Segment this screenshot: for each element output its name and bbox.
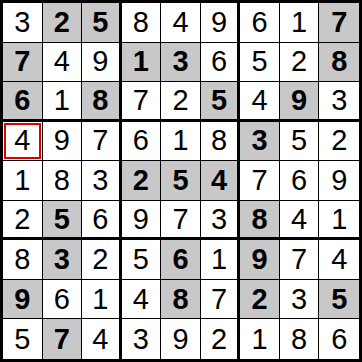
cell-r9c2[interactable]: 7: [43, 319, 83, 359]
cell-r2c2[interactable]: 4: [43, 43, 83, 83]
cell-r1c2[interactable]: 2: [43, 3, 83, 43]
cell-r3c8[interactable]: 9: [280, 82, 320, 122]
sudoku-board: 3258496177491365286187254934976183521832…: [0, 0, 362, 362]
cell-r7c9[interactable]: 4: [319, 240, 359, 280]
cell-r6c7[interactable]: 8: [240, 201, 280, 241]
cell-r2c4[interactable]: 1: [122, 43, 162, 83]
cell-r5c9[interactable]: 9: [319, 161, 359, 201]
cell-r3c9[interactable]: 3: [319, 82, 359, 122]
cell-r8c2[interactable]: 6: [43, 280, 83, 320]
cell-r7c7[interactable]: 9: [240, 240, 280, 280]
cell-r8c8[interactable]: 3: [280, 280, 320, 320]
cell-r7c1[interactable]: 8: [3, 240, 43, 280]
cell-r5c7[interactable]: 7: [240, 161, 280, 201]
cell-r2c9[interactable]: 8: [319, 43, 359, 83]
cell-r1c1[interactable]: 3: [3, 3, 43, 43]
cell-r8c9[interactable]: 5: [319, 280, 359, 320]
cell-r7c5[interactable]: 6: [161, 240, 201, 280]
cell-r9c5[interactable]: 9: [161, 319, 201, 359]
cell-r6c5[interactable]: 7: [161, 201, 201, 241]
cell-r9c9[interactable]: 6: [319, 319, 359, 359]
cell-r5c2[interactable]: 8: [43, 161, 83, 201]
cell-r1c7[interactable]: 6: [240, 3, 280, 43]
cell-r9c6[interactable]: 2: [201, 319, 241, 359]
cell-r3c7[interactable]: 4: [240, 82, 280, 122]
cell-r4c7[interactable]: 3: [240, 122, 280, 162]
cell-r4c1[interactable]: 4: [3, 122, 43, 162]
cell-r9c1[interactable]: 5: [3, 319, 43, 359]
cell-r7c3[interactable]: 2: [82, 240, 122, 280]
cell-r1c4[interactable]: 8: [122, 3, 162, 43]
cell-r6c8[interactable]: 4: [280, 201, 320, 241]
cell-r4c6[interactable]: 8: [201, 122, 241, 162]
cell-r2c8[interactable]: 2: [280, 43, 320, 83]
cell-r8c3[interactable]: 1: [82, 280, 122, 320]
cell-r7c4[interactable]: 5: [122, 240, 162, 280]
cell-r6c4[interactable]: 9: [122, 201, 162, 241]
cell-r6c2[interactable]: 5: [43, 201, 83, 241]
cell-r4c9[interactable]: 2: [319, 122, 359, 162]
cell-r8c4[interactable]: 4: [122, 280, 162, 320]
cell-r2c6[interactable]: 6: [201, 43, 241, 83]
cell-r4c5[interactable]: 1: [161, 122, 201, 162]
cell-r6c6[interactable]: 3: [201, 201, 241, 241]
cell-r5c5[interactable]: 5: [161, 161, 201, 201]
cell-r9c4[interactable]: 3: [122, 319, 162, 359]
cell-r9c3[interactable]: 4: [82, 319, 122, 359]
cell-r3c6[interactable]: 5: [201, 82, 241, 122]
cell-r4c3[interactable]: 7: [82, 122, 122, 162]
cell-r5c6[interactable]: 4: [201, 161, 241, 201]
cell-r3c5[interactable]: 2: [161, 82, 201, 122]
cell-r1c8[interactable]: 1: [280, 3, 320, 43]
cell-r6c1[interactable]: 2: [3, 201, 43, 241]
cell-r3c2[interactable]: 1: [43, 82, 83, 122]
cell-r2c7[interactable]: 5: [240, 43, 280, 83]
cell-r2c5[interactable]: 3: [161, 43, 201, 83]
cell-r8c5[interactable]: 8: [161, 280, 201, 320]
cell-r5c3[interactable]: 3: [82, 161, 122, 201]
cell-r8c7[interactable]: 2: [240, 280, 280, 320]
cell-r4c8[interactable]: 5: [280, 122, 320, 162]
cell-r5c4[interactable]: 2: [122, 161, 162, 201]
cell-r7c8[interactable]: 7: [280, 240, 320, 280]
cell-r5c8[interactable]: 6: [280, 161, 320, 201]
cell-r6c3[interactable]: 6: [82, 201, 122, 241]
cell-r2c3[interactable]: 9: [82, 43, 122, 83]
cell-r5c1[interactable]: 1: [3, 161, 43, 201]
cell-r1c9[interactable]: 7: [319, 3, 359, 43]
cell-r2c1[interactable]: 7: [3, 43, 43, 83]
cell-r4c2[interactable]: 9: [43, 122, 83, 162]
cell-r1c6[interactable]: 9: [201, 3, 241, 43]
cell-r8c1[interactable]: 9: [3, 280, 43, 320]
cell-r7c6[interactable]: 1: [201, 240, 241, 280]
cell-r7c2[interactable]: 3: [43, 240, 83, 280]
cell-r9c8[interactable]: 8: [280, 319, 320, 359]
cell-r4c4[interactable]: 6: [122, 122, 162, 162]
cell-r3c4[interactable]: 7: [122, 82, 162, 122]
cell-r3c3[interactable]: 8: [82, 82, 122, 122]
cell-r8c6[interactable]: 7: [201, 280, 241, 320]
cell-r9c7[interactable]: 1: [240, 319, 280, 359]
cell-r1c5[interactable]: 4: [161, 3, 201, 43]
cell-r3c1[interactable]: 6: [3, 82, 43, 122]
cell-r6c9[interactable]: 1: [319, 201, 359, 241]
cell-r1c3[interactable]: 5: [82, 3, 122, 43]
